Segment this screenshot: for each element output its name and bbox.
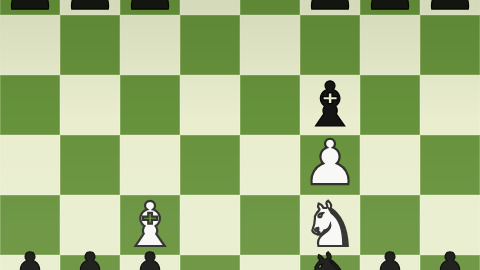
square-e7[interactable] xyxy=(240,0,300,15)
square-d5[interactable] xyxy=(180,75,240,135)
square-g2[interactable]: ♟ xyxy=(360,255,420,270)
square-e6[interactable] xyxy=(240,15,300,75)
square-c2[interactable]: ♟ xyxy=(120,255,180,270)
black-knight-f2[interactable]: ♞ xyxy=(300,246,360,270)
square-e4[interactable] xyxy=(240,135,300,195)
black-pawn-c2[interactable]: ♟ xyxy=(120,246,180,270)
square-h7[interactable]: ♟ xyxy=(420,0,480,15)
square-h5[interactable] xyxy=(420,75,480,135)
square-g6[interactable] xyxy=(360,15,420,75)
square-e3[interactable] xyxy=(240,195,300,255)
black-pawn-h2[interactable]: ♟ xyxy=(420,246,480,270)
square-a5[interactable] xyxy=(0,75,60,135)
square-b2[interactable]: ♟ xyxy=(60,255,120,270)
square-b5[interactable] xyxy=(60,75,120,135)
square-c7[interactable]: ♟ xyxy=(120,0,180,15)
square-f6[interactable] xyxy=(300,15,360,75)
square-b7[interactable]: ♟ xyxy=(60,0,120,15)
square-g4[interactable] xyxy=(360,135,420,195)
square-h6[interactable] xyxy=(420,15,480,75)
square-d4[interactable] xyxy=(180,135,240,195)
square-c5[interactable] xyxy=(120,75,180,135)
square-f4[interactable]: ♟ xyxy=(300,135,360,195)
white-pawn-f4[interactable]: ♟ xyxy=(300,133,360,193)
black-pawn-a2[interactable]: ♟ xyxy=(0,246,60,270)
chessboard-viewport: ♟♟♟♟♟♟♝♟♝♞♟♟♟♞♟♟ xyxy=(0,0,480,270)
square-d6[interactable] xyxy=(180,15,240,75)
square-h4[interactable] xyxy=(420,135,480,195)
square-f7[interactable]: ♟ xyxy=(300,0,360,15)
square-g7[interactable]: ♟ xyxy=(360,0,420,15)
square-c4[interactable] xyxy=(120,135,180,195)
square-b6[interactable] xyxy=(60,15,120,75)
square-f2[interactable]: ♞ xyxy=(300,255,360,270)
square-a4[interactable] xyxy=(0,135,60,195)
square-h2[interactable]: ♟ xyxy=(420,255,480,270)
square-c6[interactable] xyxy=(120,15,180,75)
square-b4[interactable] xyxy=(60,135,120,195)
black-pawn-g2[interactable]: ♟ xyxy=(360,246,420,270)
square-e2[interactable] xyxy=(240,255,300,270)
square-e5[interactable] xyxy=(240,75,300,135)
black-pawn-b2[interactable]: ♟ xyxy=(60,246,120,270)
square-a2[interactable]: ♟ xyxy=(0,255,60,270)
square-d7[interactable] xyxy=(180,0,240,15)
chessboard: ♟♟♟♟♟♟♝♟♝♞♟♟♟♞♟♟ xyxy=(0,0,480,270)
square-d2[interactable] xyxy=(180,255,240,270)
square-d3[interactable] xyxy=(180,195,240,255)
square-a6[interactable] xyxy=(0,15,60,75)
square-g5[interactable] xyxy=(360,75,420,135)
square-a7[interactable]: ♟ xyxy=(0,0,60,15)
